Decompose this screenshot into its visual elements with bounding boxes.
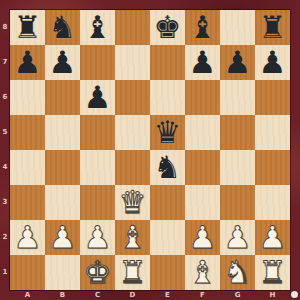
board: ♜♞♝♚♝♜♟♟♟♟♟♟♛♞♛♟♟♟♝♟♟♟♚♜♝♞♜ [10,10,290,290]
square-d3[interactable]: ♛ [115,185,150,220]
square-e7[interactable] [150,45,185,80]
square-b8[interactable]: ♞ [45,10,80,45]
square-h6[interactable] [255,80,290,115]
board-frame: 87654321 ♜♞♝♚♝♜♟♟♟♟♟♟♛♞♛♟♟♟♝♟♟♟♚♜♝♞♜ ABC… [0,0,300,300]
file-label-f: F [185,290,220,300]
black-pawn-c6[interactable]: ♟ [80,80,115,115]
black-pawn-f7[interactable]: ♟ [185,45,220,80]
white-pawn-a2[interactable]: ♟ [10,220,45,255]
file-label-h: H [255,290,290,300]
square-a2[interactable]: ♟ [10,220,45,255]
black-queen-e5[interactable]: ♛ [150,115,185,150]
square-a7[interactable]: ♟ [10,45,45,80]
white-knight-g1[interactable]: ♞ [220,255,255,290]
black-rook-h8[interactable]: ♜ [255,10,290,45]
white-queen-d3[interactable]: ♛ [115,185,150,220]
square-f4[interactable] [185,150,220,185]
square-d7[interactable] [115,45,150,80]
white-bishop-d2[interactable]: ♝ [115,220,150,255]
square-g7[interactable]: ♟ [220,45,255,80]
square-f7[interactable]: ♟ [185,45,220,80]
square-f1[interactable]: ♝ [185,255,220,290]
square-a5[interactable] [10,115,45,150]
square-g5[interactable] [220,115,255,150]
square-a1[interactable] [10,255,45,290]
white-king-c1[interactable]: ♚ [80,255,115,290]
white-to-move-indicator [291,291,298,298]
file-labels: ABCDEFGH [10,290,290,300]
square-e6[interactable] [150,80,185,115]
square-d1[interactable]: ♜ [115,255,150,290]
white-pawn-b2[interactable]: ♟ [45,220,80,255]
square-e4[interactable]: ♞ [150,150,185,185]
black-bishop-f8[interactable]: ♝ [185,10,220,45]
square-f8[interactable]: ♝ [185,10,220,45]
square-a6[interactable] [10,80,45,115]
square-f2[interactable]: ♟ [185,220,220,255]
square-d5[interactable] [115,115,150,150]
square-c3[interactable] [80,185,115,220]
square-g3[interactable] [220,185,255,220]
square-h7[interactable]: ♟ [255,45,290,80]
rank-label-7: 7 [0,45,10,80]
square-d6[interactable] [115,80,150,115]
file-label-g: G [220,290,255,300]
file-label-a: A [10,290,45,300]
square-b4[interactable] [45,150,80,185]
square-c7[interactable] [80,45,115,80]
square-h8[interactable]: ♜ [255,10,290,45]
square-h1[interactable]: ♜ [255,255,290,290]
square-f6[interactable] [185,80,220,115]
black-king-e8[interactable]: ♚ [150,10,185,45]
white-rook-h1[interactable]: ♜ [255,255,290,290]
square-c4[interactable] [80,150,115,185]
white-pawn-h2[interactable]: ♟ [255,220,290,255]
square-c8[interactable]: ♝ [80,10,115,45]
square-g4[interactable] [220,150,255,185]
file-label-c: C [80,290,115,300]
square-a3[interactable] [10,185,45,220]
square-g2[interactable]: ♟ [220,220,255,255]
rank-label-5: 5 [0,115,10,150]
square-d4[interactable] [115,150,150,185]
black-knight-e4[interactable]: ♞ [150,150,185,185]
rank-label-3: 3 [0,185,10,220]
square-e5[interactable]: ♛ [150,115,185,150]
file-label-e: E [150,290,185,300]
square-g8[interactable] [220,10,255,45]
square-h4[interactable] [255,150,290,185]
file-label-d: D [115,290,150,300]
square-b7[interactable]: ♟ [45,45,80,80]
square-d2[interactable]: ♝ [115,220,150,255]
square-g6[interactable] [220,80,255,115]
square-c5[interactable] [80,115,115,150]
square-e1[interactable] [150,255,185,290]
black-rook-a8[interactable]: ♜ [10,10,45,45]
rank-label-1: 1 [0,255,10,290]
white-rook-d1[interactable]: ♜ [115,255,150,290]
square-c1[interactable]: ♚ [80,255,115,290]
square-f3[interactable] [185,185,220,220]
black-pawn-h7[interactable]: ♟ [255,45,290,80]
square-a8[interactable]: ♜ [10,10,45,45]
white-pawn-g2[interactable]: ♟ [220,220,255,255]
rank-label-4: 4 [0,150,10,185]
square-g1[interactable]: ♞ [220,255,255,290]
square-c6[interactable]: ♟ [80,80,115,115]
rank-label-8: 8 [0,10,10,45]
white-bishop-f1[interactable]: ♝ [185,255,220,290]
square-d8[interactable] [115,10,150,45]
square-e3[interactable] [150,185,185,220]
black-knight-b8[interactable]: ♞ [45,10,80,45]
white-pawn-c2[interactable]: ♟ [80,220,115,255]
black-pawn-b7[interactable]: ♟ [45,45,80,80]
square-f5[interactable] [185,115,220,150]
rank-labels: 87654321 [0,10,10,290]
square-e2[interactable] [150,220,185,255]
square-b1[interactable] [45,255,80,290]
square-b6[interactable] [45,80,80,115]
square-h5[interactable] [255,115,290,150]
file-label-b: B [45,290,80,300]
square-b2[interactable]: ♟ [45,220,80,255]
black-pawn-g7[interactable]: ♟ [220,45,255,80]
square-c2[interactable]: ♟ [80,220,115,255]
rank-label-6: 6 [0,80,10,115]
black-pawn-a7[interactable]: ♟ [10,45,45,80]
square-e8[interactable]: ♚ [150,10,185,45]
rank-label-2: 2 [0,220,10,255]
square-h2[interactable]: ♟ [255,220,290,255]
square-a4[interactable] [10,150,45,185]
square-b5[interactable] [45,115,80,150]
square-b3[interactable] [45,185,80,220]
square-h3[interactable] [255,185,290,220]
white-pawn-f2[interactable]: ♟ [185,220,220,255]
black-bishop-c8[interactable]: ♝ [80,10,115,45]
